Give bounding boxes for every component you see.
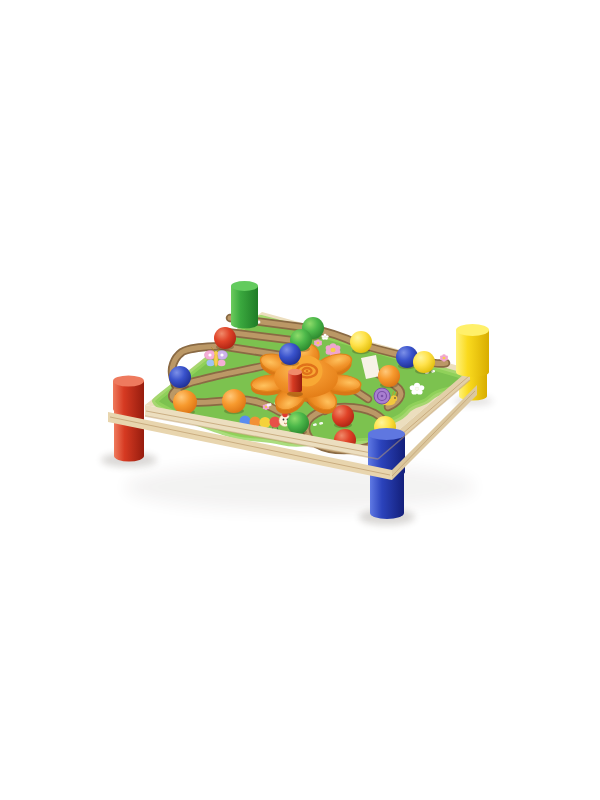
- yellow-leg: [456, 324, 489, 377]
- toy-illustration: [0, 0, 600, 800]
- bead-blue: [169, 366, 191, 389]
- bead-green: [287, 412, 309, 435]
- yellow-leg-top: [456, 324, 489, 336]
- bead-yellow: [413, 351, 435, 374]
- bead: [173, 390, 197, 414]
- bead: [214, 327, 236, 349]
- bead: [279, 343, 301, 365]
- product-photo-bead-maze-toy: [0, 0, 600, 800]
- knob-top: [288, 369, 302, 375]
- bead-red: [332, 405, 354, 428]
- bead: [222, 389, 246, 413]
- bead: [350, 331, 372, 353]
- red-leg: [113, 376, 144, 415]
- bead-yellow: [350, 331, 372, 354]
- bead: [332, 405, 354, 427]
- blue-leg-top: [368, 428, 405, 440]
- green-leg-top: [231, 281, 258, 291]
- bead: [287, 412, 309, 434]
- green-leg: [231, 281, 258, 329]
- bead-red: [214, 327, 236, 350]
- bead-orange: [378, 365, 400, 388]
- red-leg-top: [113, 376, 144, 387]
- bead: [378, 365, 400, 387]
- bead-orange: [222, 389, 246, 414]
- spinner-knob: [287, 369, 303, 397]
- bead: [169, 366, 191, 388]
- board-shadow: [125, 463, 475, 511]
- bead: [413, 351, 435, 373]
- bead-blue: [279, 343, 301, 366]
